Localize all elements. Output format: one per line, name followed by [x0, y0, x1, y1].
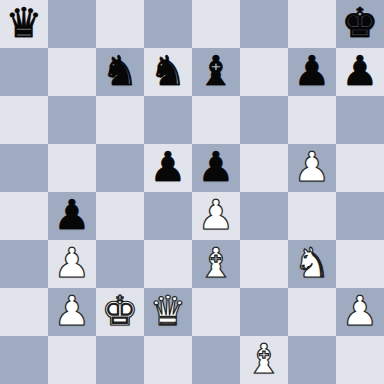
- square-e3[interactable]: ♝: [192, 240, 240, 288]
- square-b6[interactable]: [48, 96, 96, 144]
- piece-white-bishop[interactable]: ♝: [198, 243, 235, 284]
- piece-black-knight[interactable]: ♞: [102, 51, 139, 92]
- square-f2[interactable]: [240, 288, 288, 336]
- square-d7[interactable]: ♞: [144, 48, 192, 96]
- square-g7[interactable]: ♟: [288, 48, 336, 96]
- square-c7[interactable]: ♞: [96, 48, 144, 96]
- square-c8[interactable]: [96, 0, 144, 48]
- square-b1[interactable]: [48, 336, 96, 384]
- piece-black-pawn[interactable]: ♟: [150, 147, 187, 188]
- square-d1[interactable]: [144, 336, 192, 384]
- piece-white-pawn[interactable]: ♟: [342, 291, 379, 332]
- square-h3[interactable]: [336, 240, 384, 288]
- piece-black-pawn[interactable]: ♟: [342, 51, 379, 92]
- piece-black-pawn[interactable]: ♟: [294, 51, 331, 92]
- square-b4[interactable]: ♟: [48, 192, 96, 240]
- chess-board: ♛♚♞♞♝♟♟♟♟♟♟♟♟♝♞♟♚♛♟♝: [0, 0, 384, 384]
- square-g1[interactable]: [288, 336, 336, 384]
- square-g4[interactable]: [288, 192, 336, 240]
- square-a8[interactable]: ♛: [0, 0, 48, 48]
- piece-black-knight[interactable]: ♞: [150, 51, 187, 92]
- square-g3[interactable]: ♞: [288, 240, 336, 288]
- square-f4[interactable]: [240, 192, 288, 240]
- square-g6[interactable]: [288, 96, 336, 144]
- piece-black-pawn[interactable]: ♟: [54, 195, 91, 236]
- piece-black-queen[interactable]: ♛: [6, 3, 43, 44]
- square-a5[interactable]: [0, 144, 48, 192]
- square-e1[interactable]: [192, 336, 240, 384]
- piece-white-knight[interactable]: ♞: [294, 243, 331, 284]
- piece-white-pawn[interactable]: ♟: [294, 147, 331, 188]
- piece-black-pawn[interactable]: ♟: [198, 147, 235, 188]
- square-c3[interactable]: [96, 240, 144, 288]
- square-d3[interactable]: [144, 240, 192, 288]
- square-e6[interactable]: [192, 96, 240, 144]
- square-h7[interactable]: ♟: [336, 48, 384, 96]
- square-e5[interactable]: ♟: [192, 144, 240, 192]
- square-e2[interactable]: [192, 288, 240, 336]
- square-e7[interactable]: ♝: [192, 48, 240, 96]
- square-f3[interactable]: [240, 240, 288, 288]
- square-d5[interactable]: ♟: [144, 144, 192, 192]
- square-b5[interactable]: [48, 144, 96, 192]
- square-c1[interactable]: [96, 336, 144, 384]
- piece-white-pawn[interactable]: ♟: [54, 291, 91, 332]
- square-c5[interactable]: [96, 144, 144, 192]
- square-b7[interactable]: [48, 48, 96, 96]
- piece-black-king[interactable]: ♚: [342, 3, 379, 44]
- square-a7[interactable]: [0, 48, 48, 96]
- square-e8[interactable]: [192, 0, 240, 48]
- square-a3[interactable]: [0, 240, 48, 288]
- square-a2[interactable]: [0, 288, 48, 336]
- square-a1[interactable]: [0, 336, 48, 384]
- square-a4[interactable]: [0, 192, 48, 240]
- square-h6[interactable]: [336, 96, 384, 144]
- square-h8[interactable]: ♚: [336, 0, 384, 48]
- square-c2[interactable]: ♚: [96, 288, 144, 336]
- square-d8[interactable]: [144, 0, 192, 48]
- square-g2[interactable]: [288, 288, 336, 336]
- square-g5[interactable]: ♟: [288, 144, 336, 192]
- square-d4[interactable]: [144, 192, 192, 240]
- square-c6[interactable]: [96, 96, 144, 144]
- square-b3[interactable]: ♟: [48, 240, 96, 288]
- piece-white-bishop[interactable]: ♝: [246, 339, 283, 380]
- piece-black-bishop[interactable]: ♝: [198, 51, 235, 92]
- square-h4[interactable]: [336, 192, 384, 240]
- square-d6[interactable]: [144, 96, 192, 144]
- square-f6[interactable]: [240, 96, 288, 144]
- square-d2[interactable]: ♛: [144, 288, 192, 336]
- square-h2[interactable]: ♟: [336, 288, 384, 336]
- square-h1[interactable]: [336, 336, 384, 384]
- square-b8[interactable]: [48, 0, 96, 48]
- square-h5[interactable]: [336, 144, 384, 192]
- piece-white-pawn[interactable]: ♟: [54, 243, 91, 284]
- square-a6[interactable]: [0, 96, 48, 144]
- square-f8[interactable]: [240, 0, 288, 48]
- square-b2[interactable]: ♟: [48, 288, 96, 336]
- square-f5[interactable]: [240, 144, 288, 192]
- square-g8[interactable]: [288, 0, 336, 48]
- square-f1[interactable]: ♝: [240, 336, 288, 384]
- piece-white-queen[interactable]: ♛: [150, 291, 187, 332]
- piece-white-king[interactable]: ♚: [102, 291, 139, 332]
- square-e4[interactable]: ♟: [192, 192, 240, 240]
- square-f7[interactable]: [240, 48, 288, 96]
- piece-white-pawn[interactable]: ♟: [198, 195, 235, 236]
- square-c4[interactable]: [96, 192, 144, 240]
